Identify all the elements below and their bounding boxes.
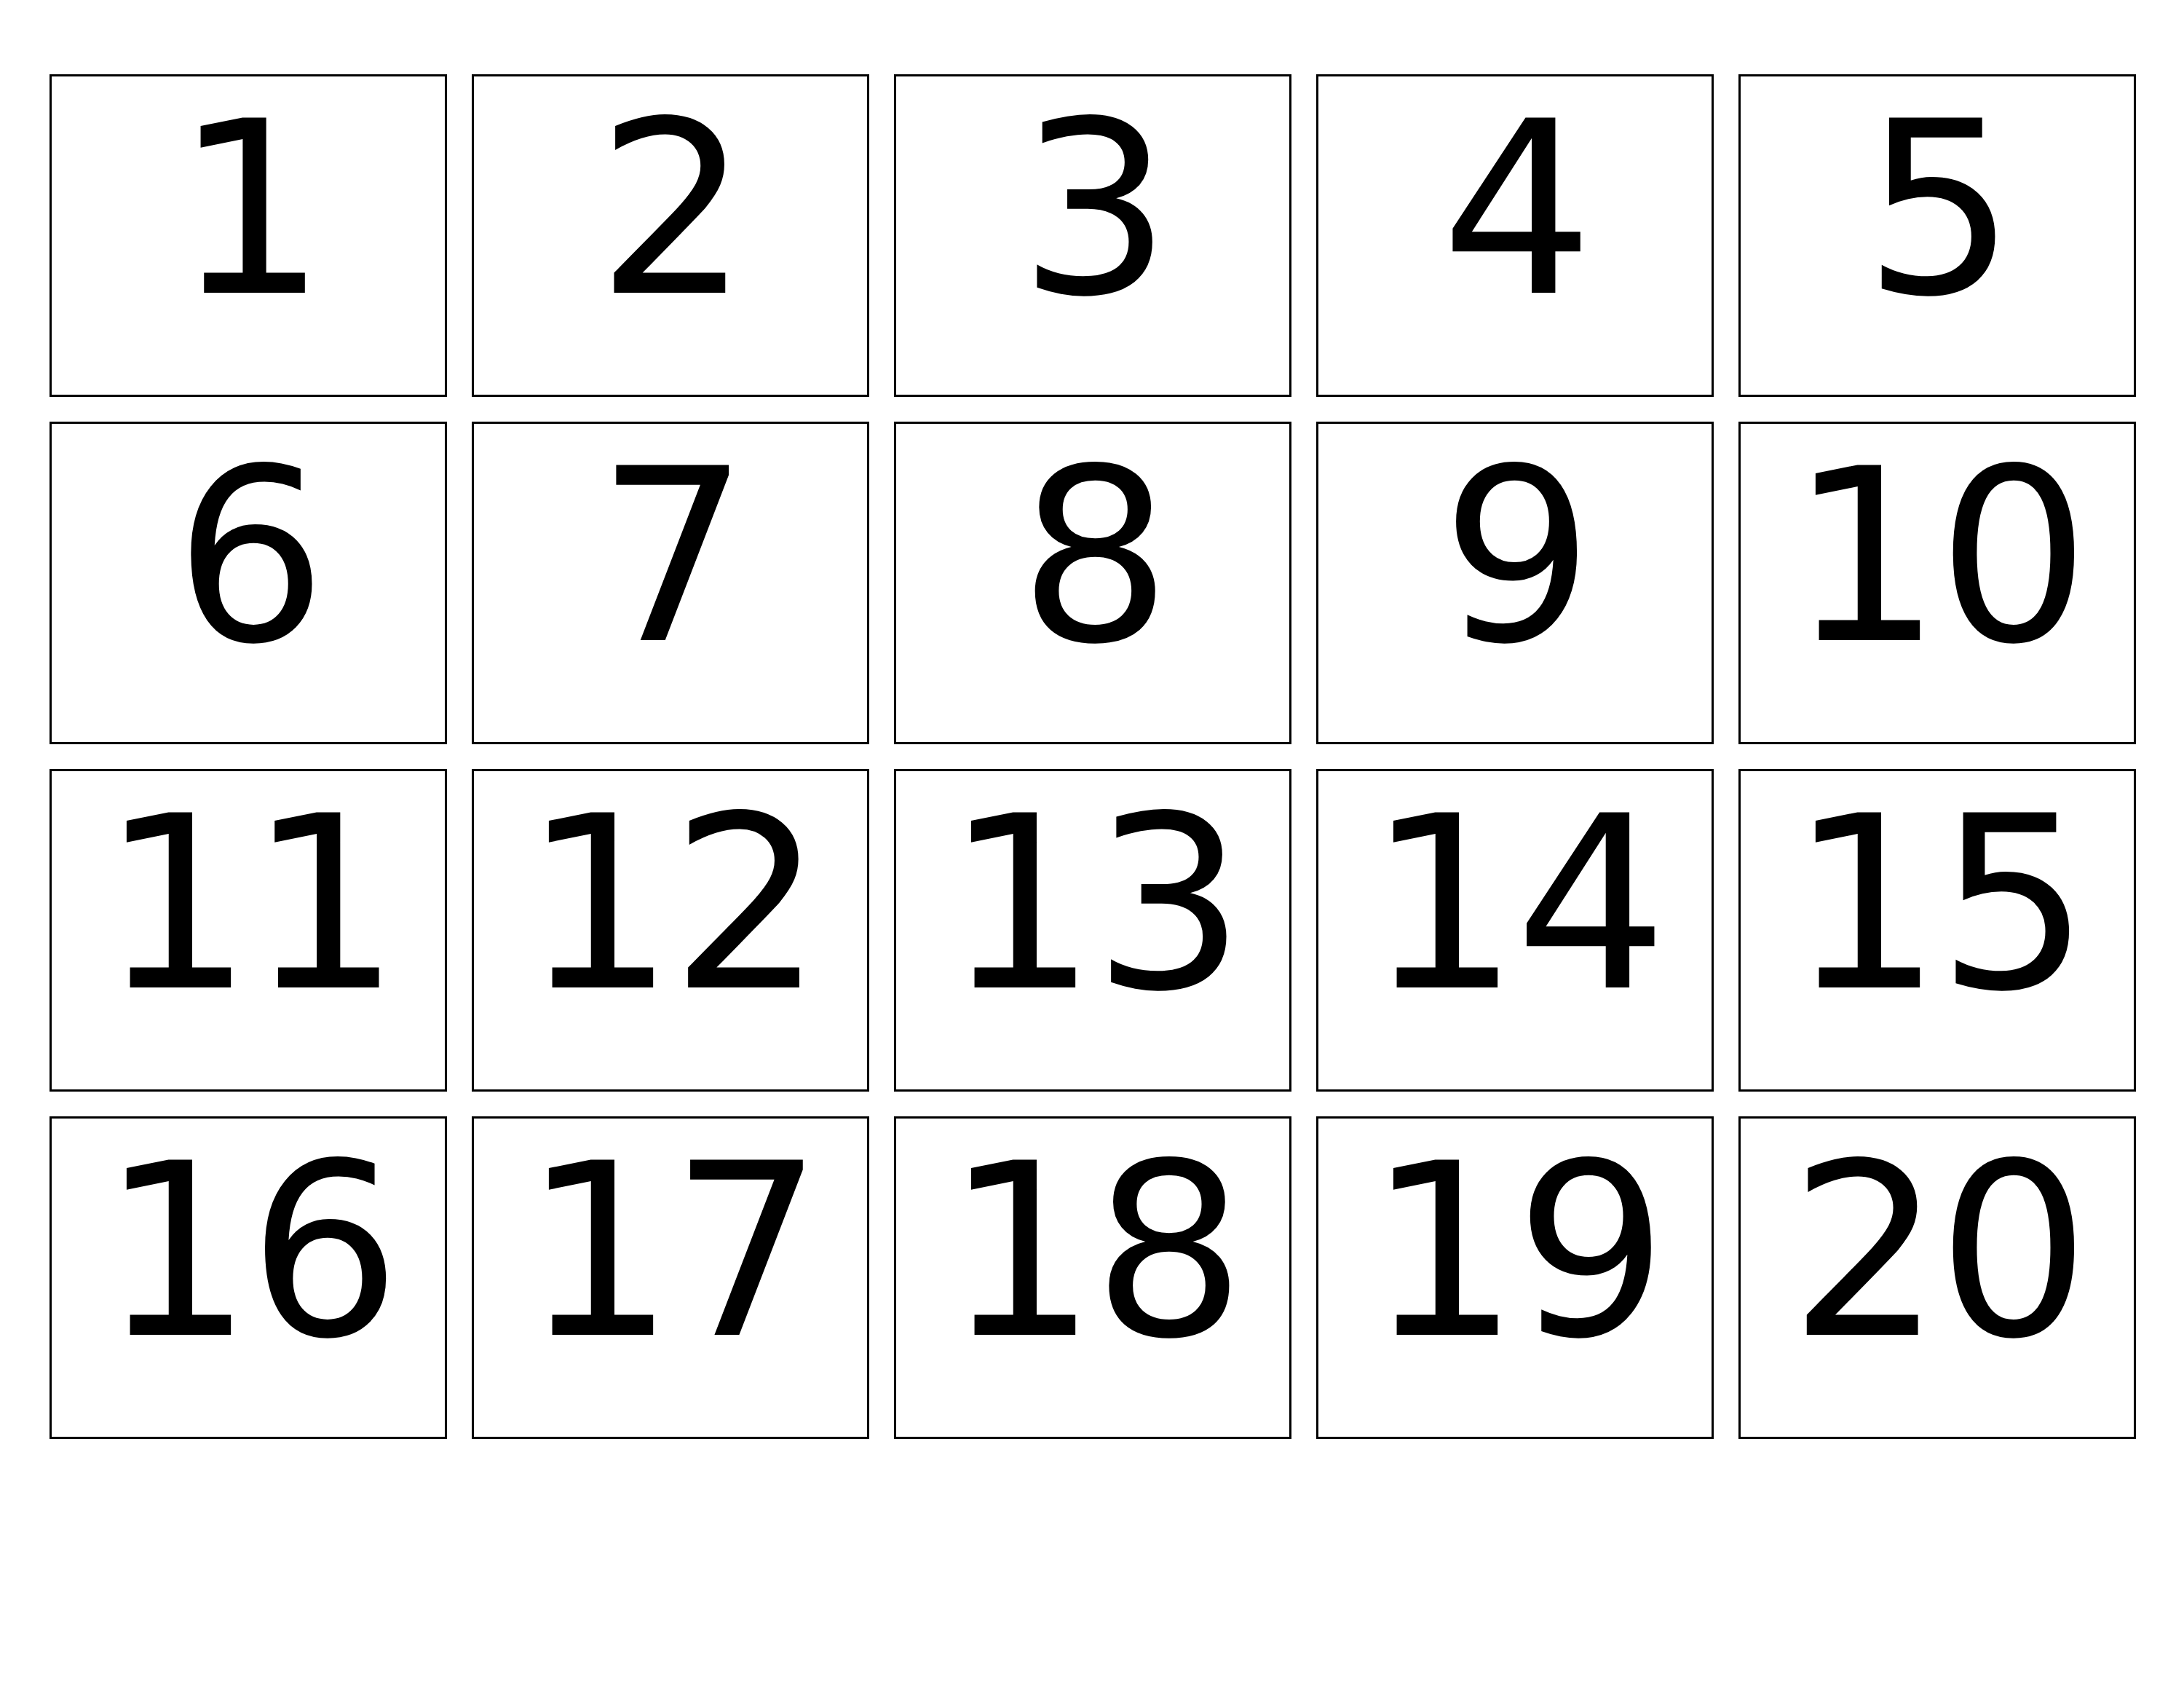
- card-number-label: 19: [1367, 1132, 1663, 1372]
- number-card-3: 3: [894, 74, 1291, 397]
- card-number-label: 9: [1441, 437, 1588, 677]
- number-card-2: 2: [472, 74, 869, 397]
- card-number-label: 15: [1789, 784, 2086, 1025]
- number-card-20: 20: [1738, 1116, 2136, 1439]
- number-card-14: 14: [1316, 769, 1714, 1092]
- number-card-7: 7: [472, 422, 869, 744]
- number-card-13: 13: [894, 769, 1291, 1092]
- flashcard-sheet: 1234567891011121314151617181920: [0, 0, 2184, 1688]
- card-number-label: 12: [523, 784, 819, 1025]
- number-card-17: 17: [472, 1116, 869, 1439]
- number-card-4: 4: [1316, 74, 1714, 397]
- number-card-19: 19: [1316, 1116, 1714, 1439]
- card-number-label: 7: [596, 437, 744, 677]
- number-card-18: 18: [894, 1116, 1291, 1439]
- card-number-label: 18: [945, 1132, 1241, 1372]
- number-card-10: 10: [1738, 422, 2136, 744]
- flashcard-grid: 1234567891011121314151617181920: [50, 74, 2136, 1439]
- card-number-label: 10: [1789, 437, 2086, 677]
- number-card-1: 1: [50, 74, 447, 397]
- card-number-label: 17: [523, 1132, 819, 1372]
- card-number-label: 16: [100, 1132, 397, 1372]
- card-number-label: 13: [945, 784, 1241, 1025]
- number-card-9: 9: [1316, 422, 1714, 744]
- number-card-8: 8: [894, 422, 1291, 744]
- number-card-15: 15: [1738, 769, 2136, 1092]
- card-number-label: 1: [174, 90, 322, 330]
- card-number-label: 20: [1789, 1132, 2086, 1372]
- card-number-label: 3: [1018, 90, 1166, 330]
- card-number-label: 11: [100, 784, 397, 1025]
- number-card-11: 11: [50, 769, 447, 1092]
- card-number-label: 2: [596, 90, 744, 330]
- number-card-6: 6: [50, 422, 447, 744]
- card-number-label: 5: [1863, 90, 2011, 330]
- number-card-16: 16: [50, 1116, 447, 1439]
- card-number-label: 4: [1441, 90, 1588, 330]
- number-card-12: 12: [472, 769, 869, 1092]
- card-number-label: 6: [174, 437, 322, 677]
- card-number-label: 14: [1367, 784, 1663, 1025]
- card-number-label: 8: [1018, 437, 1166, 677]
- number-card-5: 5: [1738, 74, 2136, 397]
